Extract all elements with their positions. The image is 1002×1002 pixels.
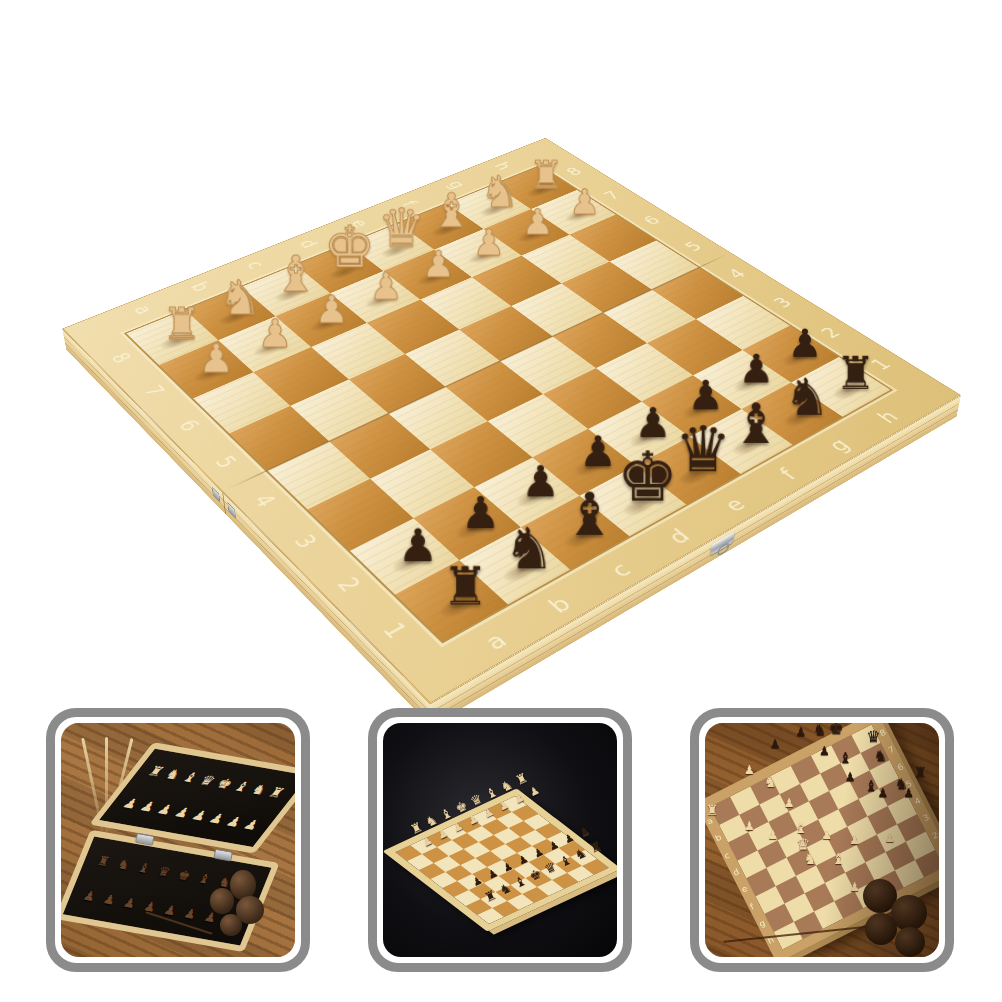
thumbnail-black-backdrop[interactable]: ♜♞♝♚♛♝♞♜ ♟♟♟♟♟♟♟♟ ♟♟♟♟♟♟♟♟ ♜♞♝♚♛♝♞♜ [368, 708, 632, 972]
stored-piece-row: ♜♞♝♛♚♝♞♜ [143, 763, 291, 800]
thumbnail-open-box[interactable]: ♜♞♝♛♚♝♞♜♟♟♟♟♟♟♟♟ ♜♞♝♛♚♝♞♜♟♟♟♟♟♟♟♟ [46, 708, 310, 972]
board-on-black-photo: ♜♞♝♚♛♝♞♜ ♟♟♟♟♟♟♟♟ ♟♟♟♟♟♟♟♟ ♜♞♝♚♛♝♞♜ [383, 723, 617, 957]
dried-pods [196, 862, 286, 952]
piece-black-rook-a1: ♜ [425, 560, 506, 613]
open-box-photo: ♜♞♝♛♚♝♞♜♟♟♟♟♟♟♟♟ ♜♞♝♛♚♝♞♜♟♟♟♟♟♟♟♟ [61, 723, 295, 957]
midgame-photo: abcdefgh 87654321 ♟♞♚♟♝♛♞♟♝♟♞♟♜♟♟♞♜♟♟♝♛♟… [705, 723, 939, 957]
chess-board: aabbccddeeffgghh8877665544332211 ♜♞♝♚♛♝♞… [62, 138, 961, 704]
piece-white-pawn-a7: ♟ [182, 339, 251, 379]
gallery-thumbnails: ♜♞♝♛♚♝♞♜♟♟♟♟♟♟♟♟ ♜♞♝♛♚♝♞♜♟♟♟♟♟♟♟♟ ♜♞♝♚♛♝… [46, 708, 954, 972]
thumbnail-midgame-table[interactable]: abcdefgh 87654321 ♟♞♚♟♝♛♞♟♝♟♞♟♜♟♟♞♜♟♟♝♛♟… [690, 708, 954, 972]
product-photo-page: aabbccddeeffgghh8877665544332211 ♜♞♝♚♛♝♞… [0, 0, 1002, 1002]
main-photo: aabbccddeeffgghh8877665544332211 ♜♞♝♚♛♝♞… [0, 0, 1002, 700]
carved-pods [843, 869, 939, 957]
stored-piece-row: ♟♟♟♟♟♟♟♟ [117, 796, 265, 833]
